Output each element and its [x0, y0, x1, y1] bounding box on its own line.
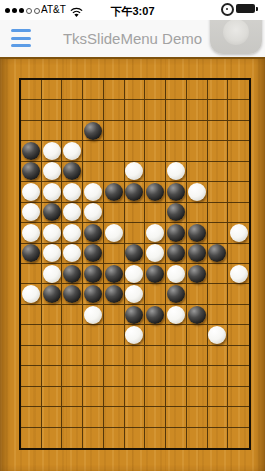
board-cell[interactable] [83, 284, 104, 304]
board-cell[interactable] [42, 284, 63, 304]
board-cell[interactable] [83, 244, 104, 264]
board-cell[interactable] [187, 162, 208, 182]
board-cell[interactable] [83, 141, 104, 161]
board-cell[interactable] [104, 100, 125, 120]
white-stone [84, 306, 102, 324]
black-stone [63, 265, 81, 283]
board-cell[interactable] [187, 305, 208, 325]
board-cell[interactable] [166, 182, 187, 202]
board-cell[interactable] [166, 100, 187, 120]
board-cell[interactable] [62, 162, 83, 182]
board-cell[interactable] [228, 182, 249, 202]
board-cell[interactable] [62, 366, 83, 386]
board-cell[interactable] [62, 100, 83, 120]
board-cell[interactable] [62, 387, 83, 407]
black-stone [63, 285, 81, 303]
black-stone [125, 306, 143, 324]
board-cell[interactable] [208, 428, 229, 448]
board-cell[interactable] [145, 244, 166, 264]
black-stone [125, 183, 143, 201]
board-cell[interactable] [42, 366, 63, 386]
board-cell[interactable] [228, 203, 249, 223]
board-cell[interactable] [21, 80, 42, 100]
board-cell[interactable] [228, 284, 249, 304]
board-cell[interactable] [228, 305, 249, 325]
board-cell[interactable] [228, 407, 249, 427]
board-cell[interactable] [145, 162, 166, 182]
black-stone [22, 244, 40, 262]
white-stone [146, 244, 164, 262]
white-stone [22, 224, 40, 242]
board-cell[interactable] [62, 80, 83, 100]
board-cell[interactable] [208, 346, 229, 366]
board-cell[interactable] [166, 141, 187, 161]
board-cell[interactable] [104, 284, 125, 304]
board-cell[interactable] [104, 162, 125, 182]
board-cell[interactable] [208, 305, 229, 325]
black-stone [105, 183, 123, 201]
board-cell[interactable] [166, 325, 187, 345]
board-cell[interactable] [125, 387, 146, 407]
board-cell[interactable] [42, 182, 63, 202]
board-cell[interactable] [62, 407, 83, 427]
white-stone [84, 183, 102, 201]
board-cell[interactable] [145, 284, 166, 304]
board-cell[interactable] [145, 141, 166, 161]
white-stone [43, 265, 61, 283]
board-cell[interactable] [62, 264, 83, 284]
black-stone [22, 162, 40, 180]
board-cell[interactable] [187, 203, 208, 223]
board-cell[interactable] [166, 121, 187, 141]
white-stone [22, 285, 40, 303]
board-cell[interactable] [187, 264, 208, 284]
black-stone [188, 265, 206, 283]
white-stone [125, 162, 143, 180]
board-cell[interactable] [42, 100, 63, 120]
board-cell[interactable] [83, 223, 104, 243]
board-cell[interactable] [145, 100, 166, 120]
rotation-lock-icon [221, 3, 234, 16]
board-cell[interactable] [42, 407, 63, 427]
board-cell[interactable] [228, 264, 249, 284]
board-cell[interactable] [83, 100, 104, 120]
board-cell[interactable] [62, 141, 83, 161]
board-cell[interactable] [125, 141, 146, 161]
board-cell[interactable] [125, 305, 146, 325]
board-cell[interactable] [208, 264, 229, 284]
white-stone [188, 183, 206, 201]
board-cell[interactable] [62, 244, 83, 264]
board-cell[interactable] [145, 428, 166, 448]
black-stone [63, 162, 81, 180]
board-cell[interactable] [145, 80, 166, 100]
board-cell[interactable] [42, 244, 63, 264]
white-stone [43, 162, 61, 180]
board-cell[interactable] [145, 203, 166, 223]
white-stone [230, 265, 248, 283]
board-cell[interactable] [125, 121, 146, 141]
app-screen: AT&T 下午3:07 TksSlideMenu Demo [0, 0, 265, 471]
white-stone [125, 326, 143, 344]
board-cell[interactable] [208, 162, 229, 182]
board-cell[interactable] [187, 244, 208, 264]
board-cell[interactable] [125, 407, 146, 427]
board-cell[interactable] [42, 223, 63, 243]
board-cell[interactable] [187, 428, 208, 448]
board-cell[interactable] [83, 305, 104, 325]
board-cell[interactable] [208, 100, 229, 120]
board-cell[interactable] [125, 182, 146, 202]
board-cell[interactable] [83, 387, 104, 407]
board-cell[interactable] [187, 80, 208, 100]
board-cell[interactable] [104, 305, 125, 325]
white-stone [125, 265, 143, 283]
board-cell[interactable] [187, 223, 208, 243]
status-bar: AT&T 下午3:07 [0, 0, 265, 20]
board-cell[interactable] [83, 428, 104, 448]
board-cell[interactable] [42, 264, 63, 284]
board-cell[interactable] [208, 284, 229, 304]
board-cell[interactable] [62, 182, 83, 202]
board-cell[interactable] [104, 366, 125, 386]
board-cell[interactable] [125, 223, 146, 243]
board-cell[interactable] [125, 366, 146, 386]
white-stone [63, 203, 81, 221]
board-cell[interactable] [228, 100, 249, 120]
board-cell[interactable] [21, 428, 42, 448]
board-cell[interactable] [228, 121, 249, 141]
board-cell[interactable] [62, 428, 83, 448]
board-cell[interactable] [166, 264, 187, 284]
board-cell[interactable] [187, 346, 208, 366]
board-cell[interactable] [42, 80, 63, 100]
board-cell[interactable] [228, 162, 249, 182]
board-cell[interactable] [187, 121, 208, 141]
board-cell[interactable] [42, 203, 63, 223]
board-cell[interactable] [62, 305, 83, 325]
board-cell[interactable] [42, 305, 63, 325]
board-cell[interactable] [187, 325, 208, 345]
board-cell[interactable] [42, 325, 63, 345]
board-cell[interactable] [104, 407, 125, 427]
board-cell[interactable] [166, 346, 187, 366]
board-cell[interactable] [228, 387, 249, 407]
board-cell[interactable] [104, 203, 125, 223]
black-stone [146, 265, 164, 283]
black-stone [146, 183, 164, 201]
board-cell[interactable] [104, 325, 125, 345]
board-cell[interactable] [145, 121, 166, 141]
board-cell[interactable] [62, 223, 83, 243]
black-stone [167, 285, 185, 303]
board-cell[interactable] [125, 100, 146, 120]
board-cell[interactable] [21, 284, 42, 304]
black-stone [105, 265, 123, 283]
board-cell[interactable] [228, 325, 249, 345]
white-stone [105, 224, 123, 242]
board-cell[interactable] [228, 366, 249, 386]
board-cell[interactable] [42, 387, 63, 407]
board-cell[interactable] [145, 325, 166, 345]
board-cell[interactable] [83, 264, 104, 284]
board-cell[interactable] [21, 141, 42, 161]
black-stone [84, 265, 102, 283]
board-cell[interactable] [104, 141, 125, 161]
black-stone [146, 306, 164, 324]
board-cell[interactable] [166, 428, 187, 448]
board-cell[interactable] [145, 223, 166, 243]
board-cell[interactable] [42, 121, 63, 141]
board-cell[interactable] [62, 121, 83, 141]
board-cell[interactable] [125, 428, 146, 448]
board-cell[interactable] [208, 244, 229, 264]
board-cell[interactable] [125, 203, 146, 223]
black-stone [105, 285, 123, 303]
board-cell[interactable] [21, 162, 42, 182]
board-cell[interactable] [62, 203, 83, 223]
white-stone [125, 285, 143, 303]
black-stone [188, 306, 206, 324]
board-cell[interactable] [83, 182, 104, 202]
board-cell[interactable] [104, 346, 125, 366]
board-cell[interactable] [208, 121, 229, 141]
board-cell[interactable] [104, 80, 125, 100]
board-cell[interactable] [208, 80, 229, 100]
board-cell[interactable] [208, 407, 229, 427]
board-cell[interactable] [145, 387, 166, 407]
board-cell[interactable] [21, 346, 42, 366]
white-stone [63, 183, 81, 201]
board-cell[interactable] [145, 346, 166, 366]
board-cell[interactable] [228, 244, 249, 264]
black-stone [167, 244, 185, 262]
board-cell[interactable] [83, 325, 104, 345]
black-stone [188, 244, 206, 262]
board-cell[interactable] [166, 407, 187, 427]
board-cell[interactable] [166, 387, 187, 407]
board-cell[interactable] [125, 244, 146, 264]
board-cell[interactable] [125, 264, 146, 284]
board-cell[interactable] [166, 223, 187, 243]
white-stone [167, 162, 185, 180]
board-cell[interactable] [83, 407, 104, 427]
board-cell[interactable] [104, 244, 125, 264]
board-cell[interactable] [42, 141, 63, 161]
board-cell[interactable] [187, 366, 208, 386]
board-cell[interactable] [187, 141, 208, 161]
board-cell[interactable] [125, 80, 146, 100]
black-stone [167, 183, 185, 201]
white-stone [43, 142, 61, 160]
board-cell[interactable] [62, 346, 83, 366]
board-cell[interactable] [166, 244, 187, 264]
board-cell[interactable] [83, 80, 104, 100]
board-cell[interactable] [21, 366, 42, 386]
board-cell[interactable] [21, 182, 42, 202]
board-cell[interactable] [83, 162, 104, 182]
white-stone [43, 224, 61, 242]
white-stone [146, 224, 164, 242]
board-cell[interactable] [104, 223, 125, 243]
white-stone [43, 244, 61, 262]
white-stone [208, 326, 226, 344]
board-cell[interactable] [62, 284, 83, 304]
board-cell[interactable] [104, 182, 125, 202]
black-stone [167, 224, 185, 242]
board-cell[interactable] [42, 162, 63, 182]
white-stone [22, 203, 40, 221]
board-cell[interactable] [83, 203, 104, 223]
board-cell[interactable] [187, 407, 208, 427]
black-stone [84, 122, 102, 140]
board-cell[interactable] [145, 264, 166, 284]
board-cell[interactable] [21, 203, 42, 223]
black-stone [84, 244, 102, 262]
board-cell[interactable] [62, 325, 83, 345]
black-stone [43, 285, 61, 303]
board-cell[interactable] [166, 284, 187, 304]
board-cell[interactable] [228, 80, 249, 100]
white-stone [84, 203, 102, 221]
board-cell[interactable] [125, 346, 146, 366]
white-stone [63, 224, 81, 242]
white-stone [63, 244, 81, 262]
board-cell[interactable] [166, 305, 187, 325]
board-background [0, 57, 265, 471]
white-stone [167, 306, 185, 324]
board-cell[interactable] [21, 305, 42, 325]
white-stone [167, 265, 185, 283]
board-cell[interactable] [104, 387, 125, 407]
board-cell[interactable] [83, 346, 104, 366]
board-cell[interactable] [187, 284, 208, 304]
board-cell[interactable] [187, 387, 208, 407]
board-cell[interactable] [208, 325, 229, 345]
board-grid [19, 78, 251, 450]
board-cell[interactable] [21, 223, 42, 243]
board-cell[interactable] [21, 244, 42, 264]
board-cell[interactable] [145, 182, 166, 202]
board-cell[interactable] [228, 346, 249, 366]
board-cell[interactable] [228, 141, 249, 161]
board-cell[interactable] [83, 121, 104, 141]
battery-icon [236, 4, 255, 13]
black-stone [22, 142, 40, 160]
board-cell[interactable] [208, 203, 229, 223]
board-cell[interactable] [187, 100, 208, 120]
board-cell[interactable] [187, 182, 208, 202]
black-stone [43, 203, 61, 221]
board-cell[interactable] [21, 407, 42, 427]
board-cell[interactable] [42, 346, 63, 366]
board-cell[interactable] [21, 325, 42, 345]
board-cell[interactable] [21, 121, 42, 141]
board-cell[interactable] [208, 366, 229, 386]
board-cell[interactable] [104, 428, 125, 448]
board-cell[interactable] [145, 305, 166, 325]
board-cell[interactable] [166, 366, 187, 386]
white-stone [230, 224, 248, 242]
board-cell[interactable] [104, 264, 125, 284]
board-cell[interactable] [104, 121, 125, 141]
board-cell[interactable] [166, 162, 187, 182]
board-cell[interactable] [166, 203, 187, 223]
board-cell[interactable] [21, 387, 42, 407]
white-stone [63, 142, 81, 160]
board-cell[interactable] [208, 182, 229, 202]
board-cell[interactable] [145, 366, 166, 386]
board-cell[interactable] [228, 428, 249, 448]
black-stone [188, 224, 206, 242]
board-cell[interactable] [21, 100, 42, 120]
board-cell[interactable] [83, 366, 104, 386]
board-cell[interactable] [208, 387, 229, 407]
board-cell[interactable] [21, 264, 42, 284]
board-cell[interactable] [208, 141, 229, 161]
white-stone [43, 183, 61, 201]
assistive-touch-inner-circle [223, 19, 249, 45]
board-cell[interactable] [42, 428, 63, 448]
black-stone [167, 203, 185, 221]
black-stone [84, 285, 102, 303]
board-cell[interactable] [125, 162, 146, 182]
board-cell[interactable] [145, 407, 166, 427]
board-cell[interactable] [208, 223, 229, 243]
black-stone [125, 244, 143, 262]
white-stone [22, 183, 40, 201]
black-stone [84, 224, 102, 242]
black-stone [208, 244, 226, 262]
board-cell[interactable] [166, 80, 187, 100]
board-cell[interactable] [228, 223, 249, 243]
board-cell[interactable] [125, 284, 146, 304]
board-cell[interactable] [125, 325, 146, 345]
